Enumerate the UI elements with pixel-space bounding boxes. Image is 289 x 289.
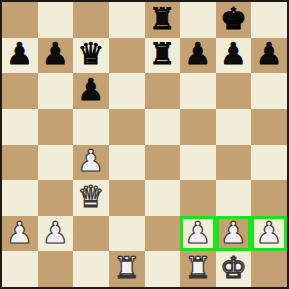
piece-white-pawn[interactable]: ♟ xyxy=(6,218,33,248)
square-b6[interactable] xyxy=(38,73,74,109)
square-e4[interactable] xyxy=(145,145,181,181)
square-a3[interactable] xyxy=(2,180,38,216)
piece-black-pawn[interactable]: ♟ xyxy=(42,39,69,69)
square-h1[interactable] xyxy=(251,251,287,287)
piece-black-queen[interactable]: ♛ xyxy=(78,39,105,69)
square-h2[interactable]: ♟ xyxy=(251,216,287,252)
square-b5[interactable] xyxy=(38,109,74,145)
square-c5[interactable] xyxy=(73,109,109,145)
piece-black-rook[interactable]: ♜ xyxy=(149,4,176,34)
square-f1[interactable]: ♜ xyxy=(180,251,216,287)
square-a5[interactable] xyxy=(2,109,38,145)
piece-white-rook[interactable]: ♜ xyxy=(113,253,140,283)
square-g5[interactable] xyxy=(216,109,252,145)
square-f5[interactable] xyxy=(180,109,216,145)
square-g3[interactable] xyxy=(216,180,252,216)
piece-black-king[interactable]: ♚ xyxy=(220,4,247,34)
square-d2[interactable] xyxy=(109,216,145,252)
square-a8[interactable] xyxy=(2,2,38,38)
square-a1[interactable] xyxy=(2,251,38,287)
square-h5[interactable] xyxy=(251,109,287,145)
square-g8[interactable]: ♚ xyxy=(216,2,252,38)
square-h6[interactable] xyxy=(251,73,287,109)
square-f3[interactable] xyxy=(180,180,216,216)
square-b8[interactable] xyxy=(38,2,74,38)
square-c8[interactable] xyxy=(73,2,109,38)
piece-white-pawn[interactable]: ♟ xyxy=(256,218,283,248)
square-c4[interactable]: ♟ xyxy=(73,145,109,181)
square-f4[interactable] xyxy=(180,145,216,181)
square-e1[interactable] xyxy=(145,251,181,287)
square-d7[interactable] xyxy=(109,38,145,74)
square-g7[interactable]: ♟ xyxy=(216,38,252,74)
square-c7[interactable]: ♛ xyxy=(73,38,109,74)
piece-white-pawn[interactable]: ♟ xyxy=(184,218,211,248)
square-a6[interactable] xyxy=(2,73,38,109)
square-c2[interactable] xyxy=(73,216,109,252)
square-h4[interactable] xyxy=(251,145,287,181)
piece-black-pawn[interactable]: ♟ xyxy=(6,39,33,69)
square-d1[interactable]: ♜ xyxy=(109,251,145,287)
square-f8[interactable] xyxy=(180,2,216,38)
piece-black-pawn[interactable]: ♟ xyxy=(184,39,211,69)
square-e6[interactable] xyxy=(145,73,181,109)
square-a4[interactable] xyxy=(2,145,38,181)
square-g2[interactable]: ♟ xyxy=(216,216,252,252)
piece-white-rook[interactable]: ♜ xyxy=(184,253,211,283)
piece-white-pawn[interactable]: ♟ xyxy=(78,146,105,176)
piece-black-rook[interactable]: ♜ xyxy=(149,39,176,69)
square-c3[interactable]: ♛ xyxy=(73,180,109,216)
square-h3[interactable] xyxy=(251,180,287,216)
square-d4[interactable] xyxy=(109,145,145,181)
square-g1[interactable]: ♚ xyxy=(216,251,252,287)
piece-black-pawn[interactable]: ♟ xyxy=(78,75,105,105)
square-b1[interactable] xyxy=(38,251,74,287)
square-a2[interactable]: ♟ xyxy=(2,216,38,252)
square-e2[interactable] xyxy=(145,216,181,252)
square-b7[interactable]: ♟ xyxy=(38,38,74,74)
square-b2[interactable]: ♟ xyxy=(38,216,74,252)
square-f2[interactable]: ♟ xyxy=(180,216,216,252)
piece-white-pawn[interactable]: ♟ xyxy=(42,218,69,248)
piece-white-king[interactable]: ♚ xyxy=(220,253,247,283)
square-d8[interactable] xyxy=(109,2,145,38)
chess-board: ♜♚♟♟♛♜♟♟♟♟♟♛♟♟♟♟♟♜♜♚ xyxy=(0,0,289,289)
square-e5[interactable] xyxy=(145,109,181,145)
piece-black-pawn[interactable]: ♟ xyxy=(220,39,247,69)
square-g6[interactable] xyxy=(216,73,252,109)
square-c6[interactable]: ♟ xyxy=(73,73,109,109)
square-g4[interactable] xyxy=(216,145,252,181)
square-d3[interactable] xyxy=(109,180,145,216)
piece-white-queen[interactable]: ♛ xyxy=(78,182,105,212)
square-e7[interactable]: ♜ xyxy=(145,38,181,74)
chess-app: ♜♚♟♟♛♜♟♟♟♟♟♛♟♟♟♟♟♜♜♚ xyxy=(0,0,289,289)
square-e8[interactable]: ♜ xyxy=(145,2,181,38)
square-f6[interactable] xyxy=(180,73,216,109)
square-h7[interactable]: ♟ xyxy=(251,38,287,74)
square-d5[interactable] xyxy=(109,109,145,145)
square-a7[interactable]: ♟ xyxy=(2,38,38,74)
square-e3[interactable] xyxy=(145,180,181,216)
piece-white-pawn[interactable]: ♟ xyxy=(220,218,247,248)
piece-black-pawn[interactable]: ♟ xyxy=(256,39,283,69)
square-b4[interactable] xyxy=(38,145,74,181)
square-c1[interactable] xyxy=(73,251,109,287)
square-d6[interactable] xyxy=(109,73,145,109)
square-b3[interactable] xyxy=(38,180,74,216)
square-f7[interactable]: ♟ xyxy=(180,38,216,74)
square-h8[interactable] xyxy=(251,2,287,38)
